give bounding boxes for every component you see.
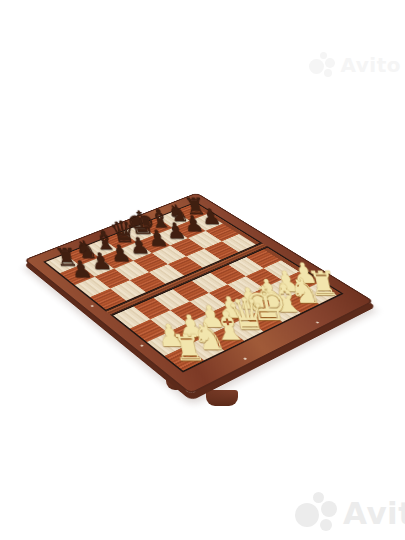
magnet-dot xyxy=(243,357,248,360)
square-h1: ♜ xyxy=(300,283,337,304)
playing-field: ♜♞♝♛♚♝♞♜♟♟♟♟♟♟♟♟ ♟♟♟♟♟♟♟♟♜♞♝♛♚♝♞♜ xyxy=(43,202,343,373)
chess-board: ♜♞♝♛♚♝♞♜♟♟♟♟♟♟♟♟ ♟♟♟♟♟♟♟♟♜♞♝♛♚♝♞♜ xyxy=(24,193,375,395)
avito-watermark-text: Avito xyxy=(343,495,405,531)
avito-watermark-text: Avito xyxy=(341,53,401,77)
avito-watermark-bottom: Avito xyxy=(295,492,405,534)
piece-white-rook: ♜ xyxy=(304,267,341,300)
magnet-dot xyxy=(315,321,319,324)
piece-white-pawn: ♟ xyxy=(271,268,302,296)
square-g1: ♞ xyxy=(282,292,319,313)
magnet-dot xyxy=(90,305,94,307)
avito-logo-icon xyxy=(295,492,337,534)
product-photo-canvas: { "game": "chess", "scene": "folding mag… xyxy=(0,0,405,540)
piece-white-pawn: ♟ xyxy=(289,260,320,288)
board-foot-front xyxy=(206,390,238,406)
square-h3 xyxy=(264,260,299,279)
square-h4 xyxy=(246,249,281,268)
magnet-dot xyxy=(140,344,144,347)
square-g3 xyxy=(246,268,282,288)
avito-logo-icon xyxy=(309,52,335,78)
avito-watermark-top: Avito xyxy=(309,52,401,78)
